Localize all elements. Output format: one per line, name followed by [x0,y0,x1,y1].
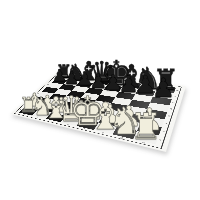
coordinate-label: 4 [167,115,170,117]
coordinate-label: 3 [164,123,167,125]
chess-piece-white-rook: ♜ [130,109,163,145]
coordinate-label: 5 [169,108,172,110]
chess-set-photo: abcdefgh abcdefgh 87654321 87654321 ♜♞♝♛… [0,0,200,200]
chess-piece-black-pawn: ♟ [152,75,176,101]
